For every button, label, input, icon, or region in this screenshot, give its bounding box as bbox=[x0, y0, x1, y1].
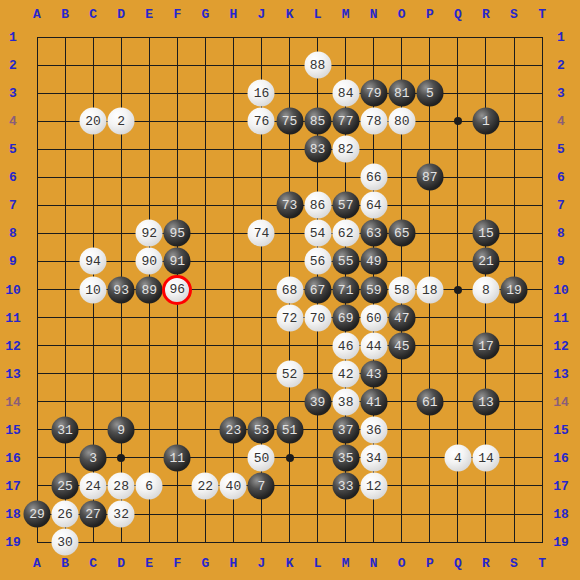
row-label-left-16: 16 bbox=[5, 450, 21, 465]
stone-77-M4[interactable]: 77 bbox=[332, 108, 359, 135]
stone-63-N8[interactable]: 63 bbox=[360, 220, 387, 247]
row-label-right-19: 19 bbox=[553, 535, 569, 550]
col-label-top-J: J bbox=[258, 7, 266, 22]
stone-88-L2[interactable]: 88 bbox=[304, 52, 331, 79]
star-point-K16 bbox=[286, 454, 294, 462]
stone-72-K11[interactable]: 72 bbox=[276, 304, 303, 331]
col-label-top-P: P bbox=[426, 7, 434, 22]
stone-2-D4[interactable]: 2 bbox=[108, 108, 135, 135]
stone-28-D17[interactable]: 28 bbox=[108, 472, 135, 499]
stone-1-R4[interactable]: 1 bbox=[472, 108, 499, 135]
col-label-top-D: D bbox=[117, 7, 125, 22]
star-point-D16 bbox=[117, 454, 125, 462]
row-label-left-12: 12 bbox=[5, 338, 21, 353]
row-label-right-16: 16 bbox=[553, 450, 569, 465]
row-label-left-8: 8 bbox=[9, 226, 17, 241]
col-label-top-B: B bbox=[61, 7, 69, 22]
row-label-right-12: 12 bbox=[553, 338, 569, 353]
stone-40-H17[interactable]: 40 bbox=[220, 472, 247, 499]
stone-94-C9[interactable]: 94 bbox=[80, 248, 107, 275]
stone-20-C4[interactable]: 20 bbox=[80, 108, 107, 135]
grid-line-horizontal bbox=[37, 401, 543, 402]
row-label-right-9: 9 bbox=[557, 254, 565, 269]
stone-31-B15[interactable]: 31 bbox=[52, 416, 79, 443]
stone-38-M14[interactable]: 38 bbox=[332, 388, 359, 415]
stone-86-L7[interactable]: 86 bbox=[304, 192, 331, 219]
stone-9-D15[interactable]: 9 bbox=[108, 416, 135, 443]
stone-33-M17[interactable]: 33 bbox=[332, 472, 359, 499]
stone-92-E8[interactable]: 92 bbox=[136, 220, 163, 247]
row-label-right-14: 14 bbox=[553, 394, 569, 409]
stone-11-F16[interactable]: 11 bbox=[164, 444, 191, 471]
stone-34-N16[interactable]: 34 bbox=[360, 444, 387, 471]
stone-66-N6[interactable]: 66 bbox=[360, 164, 387, 191]
stone-25-B17[interactable]: 25 bbox=[52, 472, 79, 499]
stone-89-E10[interactable]: 89 bbox=[136, 276, 163, 303]
stone-68-K10[interactable]: 68 bbox=[276, 276, 303, 303]
col-label-bottom-S: S bbox=[510, 556, 518, 571]
stone-23-H15[interactable]: 23 bbox=[220, 416, 247, 443]
row-label-right-6: 6 bbox=[557, 170, 565, 185]
stone-46-M12[interactable]: 46 bbox=[332, 332, 359, 359]
stone-78-N4[interactable]: 78 bbox=[360, 108, 387, 135]
row-label-right-4: 4 bbox=[557, 114, 565, 129]
row-label-left-15: 15 bbox=[5, 422, 21, 437]
stone-69-M11[interactable]: 69 bbox=[332, 304, 359, 331]
row-label-right-8: 8 bbox=[557, 226, 565, 241]
row-label-right-10: 10 bbox=[553, 282, 569, 297]
row-label-left-4: 4 bbox=[9, 114, 17, 129]
row-label-left-14: 14 bbox=[5, 394, 21, 409]
stone-50-J16[interactable]: 50 bbox=[248, 444, 275, 471]
row-label-left-13: 13 bbox=[5, 366, 21, 381]
row-label-right-1: 1 bbox=[557, 30, 565, 45]
col-label-top-O: O bbox=[398, 7, 406, 22]
stone-36-N15[interactable]: 36 bbox=[360, 416, 387, 443]
stone-8-R10[interactable]: 8 bbox=[472, 276, 499, 303]
row-label-left-10: 10 bbox=[5, 282, 21, 297]
stone-56-L9[interactable]: 56 bbox=[304, 248, 331, 275]
col-label-top-T: T bbox=[538, 7, 546, 22]
col-label-bottom-B: B bbox=[61, 556, 69, 571]
star-point-Q10 bbox=[454, 286, 462, 294]
stone-54-L8[interactable]: 54 bbox=[304, 220, 331, 247]
col-label-bottom-H: H bbox=[230, 556, 238, 571]
stone-17-R12[interactable]: 17 bbox=[472, 332, 499, 359]
row-label-left-6: 6 bbox=[9, 170, 17, 185]
stone-80-O4[interactable]: 80 bbox=[388, 108, 415, 135]
stone-10-C10[interactable]: 10 bbox=[80, 276, 107, 303]
row-label-right-3: 3 bbox=[557, 86, 565, 101]
stone-55-M9[interactable]: 55 bbox=[332, 248, 359, 275]
col-label-bottom-F: F bbox=[173, 556, 181, 571]
col-label-top-F: F bbox=[173, 7, 181, 22]
stone-65-O8[interactable]: 65 bbox=[388, 220, 415, 247]
stone-12-N17[interactable]: 12 bbox=[360, 472, 387, 499]
row-label-right-15: 15 bbox=[553, 422, 569, 437]
row-label-left-19: 19 bbox=[5, 535, 21, 550]
row-label-left-11: 11 bbox=[5, 310, 21, 325]
col-label-bottom-M: M bbox=[342, 556, 350, 571]
col-label-bottom-A: A bbox=[33, 556, 41, 571]
stone-84-M3[interactable]: 84 bbox=[332, 80, 359, 107]
stone-32-D18[interactable]: 32 bbox=[108, 501, 135, 528]
col-label-bottom-O: O bbox=[398, 556, 406, 571]
stone-15-R8[interactable]: 15 bbox=[472, 220, 499, 247]
stone-85-L4[interactable]: 85 bbox=[304, 108, 331, 135]
stone-74-J8[interactable]: 74 bbox=[248, 220, 275, 247]
row-label-left-7: 7 bbox=[9, 198, 17, 213]
stone-14-R16[interactable]: 14 bbox=[472, 444, 499, 471]
stone-53-J15[interactable]: 53 bbox=[248, 416, 275, 443]
stone-21-R9[interactable]: 21 bbox=[472, 248, 499, 275]
stone-76-J4[interactable]: 76 bbox=[248, 108, 275, 135]
stone-67-L10[interactable]: 67 bbox=[304, 276, 331, 303]
stone-96-F10-last-move[interactable]: 96 bbox=[162, 275, 192, 305]
grid-line-horizontal bbox=[37, 345, 543, 346]
col-label-top-H: H bbox=[230, 7, 238, 22]
row-label-left-2: 2 bbox=[9, 58, 17, 73]
stone-64-N7[interactable]: 64 bbox=[360, 192, 387, 219]
grid-line-vertical bbox=[542, 37, 543, 543]
col-label-top-S: S bbox=[510, 7, 518, 22]
stone-7-J17[interactable]: 7 bbox=[248, 472, 275, 499]
stone-22-G17[interactable]: 22 bbox=[192, 472, 219, 499]
stone-52-K13[interactable]: 52 bbox=[276, 360, 303, 387]
stone-59-N10[interactable]: 59 bbox=[360, 276, 387, 303]
row-label-left-9: 9 bbox=[9, 254, 17, 269]
col-label-bottom-P: P bbox=[426, 556, 434, 571]
col-label-top-R: R bbox=[482, 7, 490, 22]
stone-30-B19[interactable]: 30 bbox=[52, 529, 79, 556]
stone-81-O3[interactable]: 81 bbox=[388, 80, 415, 107]
row-label-left-3: 3 bbox=[9, 86, 17, 101]
stone-47-O11[interactable]: 47 bbox=[388, 304, 415, 331]
col-label-bottom-Q: Q bbox=[454, 556, 462, 571]
col-label-top-G: G bbox=[201, 7, 209, 22]
col-label-bottom-N: N bbox=[370, 556, 378, 571]
row-label-right-18: 18 bbox=[553, 507, 569, 522]
stone-42-M13[interactable]: 42 bbox=[332, 360, 359, 387]
stone-39-L14[interactable]: 39 bbox=[304, 388, 331, 415]
stone-71-M10[interactable]: 71 bbox=[332, 276, 359, 303]
stone-79-N3[interactable]: 79 bbox=[360, 80, 387, 107]
col-label-bottom-K: K bbox=[286, 556, 294, 571]
stone-18-P10[interactable]: 18 bbox=[416, 276, 443, 303]
stone-82-M5[interactable]: 82 bbox=[332, 136, 359, 163]
row-label-left-18: 18 bbox=[5, 507, 21, 522]
row-label-right-2: 2 bbox=[557, 58, 565, 73]
col-label-top-N: N bbox=[370, 7, 378, 22]
stone-4-Q16[interactable]: 4 bbox=[444, 444, 471, 471]
col-label-bottom-C: C bbox=[89, 556, 97, 571]
col-label-bottom-E: E bbox=[145, 556, 153, 571]
stone-19-S10[interactable]: 19 bbox=[501, 276, 528, 303]
col-label-top-L: L bbox=[314, 7, 322, 22]
row-label-left-5: 5 bbox=[9, 142, 17, 157]
stone-87-P6[interactable]: 87 bbox=[416, 164, 443, 191]
col-label-bottom-G: G bbox=[201, 556, 209, 571]
stone-13-R14[interactable]: 13 bbox=[472, 388, 499, 415]
stone-61-P14[interactable]: 61 bbox=[416, 388, 443, 415]
stone-75-K4[interactable]: 75 bbox=[276, 108, 303, 135]
stone-41-N14[interactable]: 41 bbox=[360, 388, 387, 415]
row-label-right-17: 17 bbox=[553, 478, 569, 493]
row-label-left-17: 17 bbox=[5, 478, 21, 493]
stone-37-M15[interactable]: 37 bbox=[332, 416, 359, 443]
col-label-bottom-R: R bbox=[482, 556, 490, 571]
stone-83-L5[interactable]: 83 bbox=[304, 136, 331, 163]
stone-57-M7[interactable]: 57 bbox=[332, 192, 359, 219]
stone-93-D10[interactable]: 93 bbox=[108, 276, 135, 303]
stone-3-C16[interactable]: 3 bbox=[80, 444, 107, 471]
stone-58-O10[interactable]: 58 bbox=[388, 276, 415, 303]
col-label-top-M: M bbox=[342, 7, 350, 22]
stone-91-F9[interactable]: 91 bbox=[164, 248, 191, 275]
stone-27-C18[interactable]: 27 bbox=[80, 501, 107, 528]
stone-44-N12[interactable]: 44 bbox=[360, 332, 387, 359]
stone-49-N9[interactable]: 49 bbox=[360, 248, 387, 275]
col-label-bottom-T: T bbox=[538, 556, 546, 571]
stone-45-O12[interactable]: 45 bbox=[388, 332, 415, 359]
stone-26-B18[interactable]: 26 bbox=[52, 501, 79, 528]
go-board: AABBCCDDEEFFGGHHJJKKLLMMNNOOPPQQRRSSTT11… bbox=[0, 0, 580, 580]
stone-24-C17[interactable]: 24 bbox=[80, 472, 107, 499]
stone-62-M8[interactable]: 62 bbox=[332, 220, 359, 247]
col-label-bottom-D: D bbox=[117, 556, 125, 571]
stone-35-M16[interactable]: 35 bbox=[332, 444, 359, 471]
stone-5-P3[interactable]: 5 bbox=[416, 80, 443, 107]
grid-line-horizontal bbox=[37, 542, 543, 543]
stone-29-A18[interactable]: 29 bbox=[24, 501, 51, 528]
row-label-right-11: 11 bbox=[553, 310, 569, 325]
row-label-right-5: 5 bbox=[557, 142, 565, 157]
stone-60-N11[interactable]: 60 bbox=[360, 304, 387, 331]
stone-16-J3[interactable]: 16 bbox=[248, 80, 275, 107]
stone-73-K7[interactable]: 73 bbox=[276, 192, 303, 219]
col-label-bottom-L: L bbox=[314, 556, 322, 571]
stone-95-F8[interactable]: 95 bbox=[164, 220, 191, 247]
row-label-left-1: 1 bbox=[9, 30, 17, 45]
stone-70-L11[interactable]: 70 bbox=[304, 304, 331, 331]
col-label-top-Q: Q bbox=[454, 7, 462, 22]
star-point-Q4 bbox=[454, 117, 462, 125]
col-label-top-C: C bbox=[89, 7, 97, 22]
col-label-top-A: A bbox=[33, 7, 41, 22]
row-label-right-7: 7 bbox=[557, 198, 565, 213]
row-label-right-13: 13 bbox=[553, 366, 569, 381]
col-label-top-E: E bbox=[145, 7, 153, 22]
stone-43-N13[interactable]: 43 bbox=[360, 360, 387, 387]
col-label-top-K: K bbox=[286, 7, 294, 22]
stone-51-K15[interactable]: 51 bbox=[276, 416, 303, 443]
stone-90-E9[interactable]: 90 bbox=[136, 248, 163, 275]
col-label-bottom-J: J bbox=[258, 556, 266, 571]
stone-6-E17[interactable]: 6 bbox=[136, 472, 163, 499]
